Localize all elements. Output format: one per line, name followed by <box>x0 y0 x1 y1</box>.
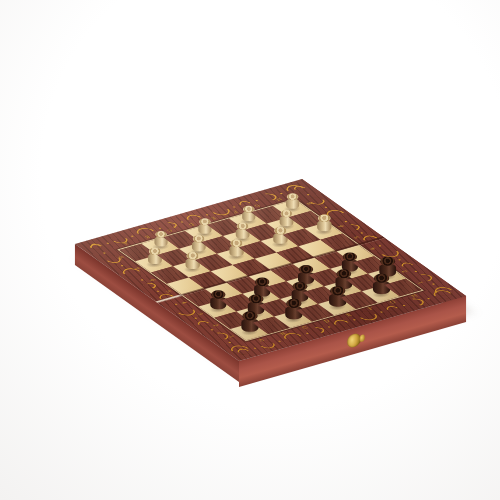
scroll-curl-icon <box>311 326 325 333</box>
ornament-dot-icon <box>427 298 430 300</box>
scroll-curl-icon <box>281 331 304 343</box>
piece-body <box>317 221 331 232</box>
piece-light-man[interactable] <box>286 195 299 209</box>
scroll-curl-icon <box>385 305 400 313</box>
ornament-dot-icon <box>414 271 417 273</box>
scroll-curl-icon <box>332 318 351 328</box>
ornament-dot-icon <box>158 227 161 229</box>
scroll-curl-icon <box>211 332 229 341</box>
ornament-dot-icon <box>194 318 197 320</box>
ornament-dot-icon <box>130 235 133 237</box>
ornament-dot-icon <box>253 347 256 349</box>
scroll-curl-icon <box>88 243 103 251</box>
scroll-curl-icon <box>346 224 360 231</box>
scroll-curl-icon <box>196 320 211 328</box>
ornament-dot-icon <box>140 279 143 281</box>
scroll-curl-icon <box>357 310 379 321</box>
brass-latch-icon <box>347 332 361 349</box>
ornament-dot-icon <box>180 221 183 223</box>
scroll-curl-icon <box>174 306 196 317</box>
ornament-dot-icon <box>324 207 327 209</box>
scroll-curl-icon <box>400 262 415 270</box>
ornament-dot-icon <box>327 326 330 328</box>
scroll-curl-icon <box>307 196 325 205</box>
ornament-dot-icon <box>255 200 258 202</box>
scroll-curl-icon <box>292 185 307 193</box>
scroll-curl-icon <box>89 243 104 251</box>
ornament-dot-icon <box>232 206 235 208</box>
scroll-curl-icon <box>104 255 122 264</box>
ornament-dot-icon <box>278 340 281 342</box>
ornament-dot-icon <box>280 193 283 195</box>
ornament-dot-icon <box>402 305 405 307</box>
ornament-dot-icon <box>352 319 355 321</box>
scroll-curl-icon <box>120 267 143 279</box>
scroll-curl-icon <box>431 289 454 301</box>
ornament-dot-icon <box>305 332 308 334</box>
scroll-curl-icon <box>111 235 129 244</box>
scroll-curl-icon <box>228 344 251 356</box>
piece-light-man[interactable] <box>317 216 331 231</box>
ornament-dot-icon <box>205 214 208 216</box>
ornament-dot-icon <box>398 259 401 261</box>
scroll-curl-icon <box>163 221 177 228</box>
ornament-dot-icon <box>120 265 123 267</box>
scroll-curl-icon <box>258 340 276 349</box>
scroll-curl-icon <box>407 297 425 306</box>
scroll-curl-icon <box>236 348 251 356</box>
scroll-curl-icon <box>209 205 231 216</box>
ornament-dot-icon <box>102 252 105 254</box>
ornament-dot-icon <box>156 291 159 293</box>
piece-body <box>286 199 299 209</box>
ornament-dot-icon <box>360 232 363 234</box>
ornament-dot-icon <box>432 283 435 285</box>
ornament-dot-icon <box>210 329 213 331</box>
scroll-curl-icon <box>415 273 433 282</box>
ornament-dot-icon <box>306 194 309 196</box>
scroll-curl-icon <box>432 285 455 297</box>
ornament-dot-icon <box>378 245 381 247</box>
ornament-dot-icon <box>344 221 347 223</box>
scroll-curl-icon <box>142 282 156 289</box>
scroll-curl-icon <box>260 192 278 201</box>
ornament-dot-icon <box>174 303 177 305</box>
ornament-dot-icon <box>228 342 231 344</box>
product-photo-scene: ABCDEFGH ABCDEFGH 87654321 87654321 <box>0 0 500 500</box>
ornament-dot-icon <box>380 311 383 313</box>
ornament-dot-icon <box>106 242 109 244</box>
